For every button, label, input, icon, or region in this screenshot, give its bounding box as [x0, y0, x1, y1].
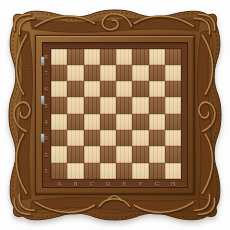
rank-label: 7 — [42, 65, 51, 81]
square-g7 — [149, 65, 165, 81]
square-a7 — [51, 65, 67, 81]
square-d4 — [100, 114, 116, 130]
square-f1 — [132, 163, 148, 179]
square-a5 — [51, 97, 67, 113]
square-f6 — [132, 81, 148, 97]
file-label: B — [67, 179, 83, 188]
square-e5 — [116, 97, 132, 113]
square-h6 — [165, 81, 181, 97]
square-a1 — [51, 163, 67, 179]
square-e2 — [116, 146, 132, 162]
square-g2 — [149, 146, 165, 162]
square-d8 — [100, 49, 116, 65]
square-b2 — [67, 146, 83, 162]
square-h7 — [165, 65, 181, 81]
square-e3 — [116, 130, 132, 146]
square-e4 — [116, 114, 132, 130]
file-label: E — [116, 179, 132, 188]
square-h3 — [165, 130, 181, 146]
square-g6 — [149, 81, 165, 97]
square-g5 — [149, 97, 165, 113]
rank-label: 3 — [42, 130, 51, 146]
chess-board-photo: 87654321 ABCDEFGH — [0, 0, 230, 230]
square-d2 — [100, 146, 116, 162]
square-a3 — [51, 130, 67, 146]
square-c1 — [84, 163, 100, 179]
file-label: H — [165, 179, 181, 188]
square-d1 — [100, 163, 116, 179]
square-f7 — [132, 65, 148, 81]
square-a4 — [51, 114, 67, 130]
square-c7 — [84, 65, 100, 81]
square-d3 — [100, 130, 116, 146]
square-c8 — [84, 49, 100, 65]
square-h5 — [165, 97, 181, 113]
file-labels: ABCDEFGH — [51, 179, 181, 188]
square-e8 — [116, 49, 132, 65]
square-c2 — [84, 146, 100, 162]
square-e1 — [116, 163, 132, 179]
square-a2 — [51, 146, 67, 162]
rank-label: 8 — [42, 49, 51, 65]
square-e6 — [116, 81, 132, 97]
square-g1 — [149, 163, 165, 179]
square-f2 — [132, 146, 148, 162]
square-f3 — [132, 130, 148, 146]
file-label: D — [100, 179, 116, 188]
square-c3 — [84, 130, 100, 146]
square-h8 — [165, 49, 181, 65]
square-c5 — [84, 97, 100, 113]
file-label: F — [132, 179, 148, 188]
square-d6 — [100, 81, 116, 97]
square-c4 — [84, 114, 100, 130]
square-h1 — [165, 163, 181, 179]
square-a8 — [51, 49, 67, 65]
square-b6 — [67, 81, 83, 97]
square-b5 — [67, 97, 83, 113]
rank-label: 2 — [42, 146, 51, 162]
rank-label: 1 — [42, 163, 51, 179]
rank-label: 5 — [42, 97, 51, 113]
square-f5 — [132, 97, 148, 113]
square-b8 — [67, 49, 83, 65]
square-h2 — [165, 146, 181, 162]
rank-label: 4 — [42, 114, 51, 130]
square-c6 — [84, 81, 100, 97]
square-b7 — [67, 65, 83, 81]
square-b4 — [67, 114, 83, 130]
square-a6 — [51, 81, 67, 97]
square-b1 — [67, 163, 83, 179]
rank-label: 6 — [42, 81, 51, 97]
square-d7 — [100, 65, 116, 81]
square-g8 — [149, 49, 165, 65]
square-f8 — [132, 49, 148, 65]
file-label: C — [84, 179, 100, 188]
square-b3 — [67, 130, 83, 146]
square-h4 — [165, 114, 181, 130]
file-label: G — [149, 179, 165, 188]
square-f4 — [132, 114, 148, 130]
rank-labels: 87654321 — [42, 49, 51, 179]
chess-board — [51, 49, 181, 179]
file-label: A — [51, 179, 67, 188]
square-d5 — [100, 97, 116, 113]
square-e7 — [116, 65, 132, 81]
square-g3 — [149, 130, 165, 146]
square-g4 — [149, 114, 165, 130]
